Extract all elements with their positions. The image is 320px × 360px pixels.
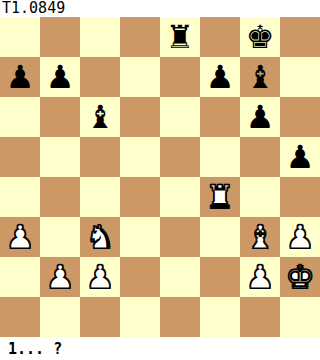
square-e5[interactable] — [160, 137, 200, 177]
square-f5[interactable] — [200, 137, 240, 177]
square-a8[interactable] — [0, 17, 40, 57]
move-prompt: 1... ? — [0, 337, 320, 360]
square-b6[interactable] — [40, 97, 80, 137]
black-pawn[interactable]: ♟ — [46, 57, 75, 97]
square-g6[interactable]: ♟ — [240, 97, 280, 137]
square-a4[interactable] — [0, 177, 40, 217]
square-h4[interactable] — [280, 177, 320, 217]
square-d3[interactable] — [120, 217, 160, 257]
square-c4[interactable] — [80, 177, 120, 217]
square-g7[interactable]: ♝ — [240, 57, 280, 97]
black-king[interactable]: ♚ — [246, 17, 275, 57]
white-pawn[interactable]: ♟ — [286, 217, 315, 257]
square-e1[interactable] — [160, 297, 200, 337]
square-c5[interactable] — [80, 137, 120, 177]
square-b4[interactable] — [40, 177, 80, 217]
square-f2[interactable] — [200, 257, 240, 297]
square-c3[interactable]: ♞ — [80, 217, 120, 257]
white-pawn[interactable]: ♟ — [86, 257, 115, 297]
square-b8[interactable] — [40, 17, 80, 57]
square-d7[interactable] — [120, 57, 160, 97]
white-rook[interactable]: ♜ — [206, 177, 235, 217]
white-bishop[interactable]: ♝ — [246, 217, 275, 257]
square-d6[interactable] — [120, 97, 160, 137]
white-knight[interactable]: ♞ — [86, 217, 115, 257]
white-pawn[interactable]: ♟ — [246, 257, 275, 297]
square-c6[interactable]: ♝ — [80, 97, 120, 137]
black-bishop[interactable]: ♝ — [86, 97, 115, 137]
square-a2[interactable] — [0, 257, 40, 297]
square-h2[interactable]: ♚ — [280, 257, 320, 297]
square-h3[interactable]: ♟ — [280, 217, 320, 257]
square-g3[interactable]: ♝ — [240, 217, 280, 257]
white-king[interactable]: ♚ — [286, 257, 315, 297]
square-e4[interactable] — [160, 177, 200, 217]
square-b5[interactable] — [40, 137, 80, 177]
square-d1[interactable] — [120, 297, 160, 337]
square-e6[interactable] — [160, 97, 200, 137]
square-f1[interactable] — [200, 297, 240, 337]
white-pawn[interactable]: ♟ — [46, 257, 75, 297]
square-f7[interactable]: ♟ — [200, 57, 240, 97]
square-g1[interactable] — [240, 297, 280, 337]
square-f6[interactable] — [200, 97, 240, 137]
square-a7[interactable]: ♟ — [0, 57, 40, 97]
square-b2[interactable]: ♟ — [40, 257, 80, 297]
square-g8[interactable]: ♚ — [240, 17, 280, 57]
square-h5[interactable]: ♟ — [280, 137, 320, 177]
black-bishop[interactable]: ♝ — [246, 57, 275, 97]
square-e2[interactable] — [160, 257, 200, 297]
square-b7[interactable]: ♟ — [40, 57, 80, 97]
square-e8[interactable]: ♜ — [160, 17, 200, 57]
square-a6[interactable] — [0, 97, 40, 137]
square-g2[interactable]: ♟ — [240, 257, 280, 297]
square-a5[interactable] — [0, 137, 40, 177]
square-c7[interactable] — [80, 57, 120, 97]
square-c1[interactable] — [80, 297, 120, 337]
square-f4[interactable]: ♜ — [200, 177, 240, 217]
black-pawn[interactable]: ♟ — [6, 57, 35, 97]
square-a1[interactable] — [0, 297, 40, 337]
square-a3[interactable]: ♟ — [0, 217, 40, 257]
square-g4[interactable] — [240, 177, 280, 217]
square-h6[interactable] — [280, 97, 320, 137]
square-h8[interactable] — [280, 17, 320, 57]
square-b3[interactable] — [40, 217, 80, 257]
square-d8[interactable] — [120, 17, 160, 57]
square-g5[interactable] — [240, 137, 280, 177]
square-b1[interactable] — [40, 297, 80, 337]
square-d5[interactable] — [120, 137, 160, 177]
square-h1[interactable] — [280, 297, 320, 337]
black-pawn[interactable]: ♟ — [286, 137, 315, 177]
square-h7[interactable] — [280, 57, 320, 97]
square-e3[interactable] — [160, 217, 200, 257]
square-c8[interactable] — [80, 17, 120, 57]
square-e7[interactable] — [160, 57, 200, 97]
square-d2[interactable] — [120, 257, 160, 297]
square-d4[interactable] — [120, 177, 160, 217]
square-f8[interactable] — [200, 17, 240, 57]
white-pawn[interactable]: ♟ — [6, 217, 35, 257]
black-rook[interactable]: ♜ — [166, 17, 195, 57]
square-f3[interactable] — [200, 217, 240, 257]
square-c2[interactable]: ♟ — [80, 257, 120, 297]
puzzle-id: T1.0849 — [0, 0, 320, 17]
black-pawn[interactable]: ♟ — [246, 97, 275, 137]
chess-board: ♜♚♟♟♟♝♝♟♟♜♟♞♝♟♟♟♟♚ — [0, 17, 320, 337]
black-pawn[interactable]: ♟ — [206, 57, 235, 97]
